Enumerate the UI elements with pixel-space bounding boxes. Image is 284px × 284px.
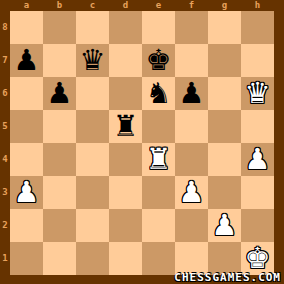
square-f6: ♟	[175, 77, 208, 110]
file-labels: abcdefgh	[10, 0, 274, 11]
square-g8	[208, 11, 241, 44]
square-b6: ♟	[43, 77, 76, 110]
rank-label-6: 6	[0, 77, 10, 110]
black-rook: ♜	[113, 112, 139, 141]
square-c6	[76, 77, 109, 110]
white-queen: ♛	[245, 79, 271, 108]
rank-label-3: 3	[0, 176, 10, 209]
square-d5: ♜	[109, 110, 142, 143]
square-e5	[142, 110, 175, 143]
square-f5	[175, 110, 208, 143]
square-b8	[43, 11, 76, 44]
square-a3: ♟	[10, 176, 43, 209]
file-label-f: f	[175, 0, 208, 11]
square-d6	[109, 77, 142, 110]
square-e8	[142, 11, 175, 44]
square-h3	[241, 176, 274, 209]
square-e6: ♞	[142, 77, 175, 110]
black-pawn: ♟	[179, 79, 205, 108]
file-label-h: h	[241, 0, 274, 11]
square-c5	[76, 110, 109, 143]
square-b3	[43, 176, 76, 209]
chess-diagram: abcdefgh 87654321 ♟♛♚♟♞♟♛♜♜♟♟♟♟♚ CHESSGA…	[0, 0, 284, 284]
square-d2	[109, 209, 142, 242]
black-pawn: ♟	[14, 46, 40, 75]
square-a7: ♟	[10, 44, 43, 77]
rank-label-5: 5	[0, 110, 10, 143]
file-label-a: a	[10, 0, 43, 11]
square-f3: ♟	[175, 176, 208, 209]
file-label-b: b	[43, 0, 76, 11]
square-c4	[76, 143, 109, 176]
square-b7	[43, 44, 76, 77]
rank-label-1: 1	[0, 242, 10, 275]
square-b4	[43, 143, 76, 176]
square-g4	[208, 143, 241, 176]
square-b1	[43, 242, 76, 275]
square-e4: ♜	[142, 143, 175, 176]
square-a1	[10, 242, 43, 275]
square-d4	[109, 143, 142, 176]
square-h7	[241, 44, 274, 77]
file-label-d: d	[109, 0, 142, 11]
square-h6: ♛	[241, 77, 274, 110]
square-c1	[76, 242, 109, 275]
square-h2	[241, 209, 274, 242]
square-c3	[76, 176, 109, 209]
square-g7	[208, 44, 241, 77]
square-c8	[76, 11, 109, 44]
black-knight: ♞	[146, 79, 172, 108]
rank-label-8: 8	[0, 11, 10, 44]
square-e7: ♚	[142, 44, 175, 77]
square-f8	[175, 11, 208, 44]
square-a6	[10, 77, 43, 110]
rank-label-7: 7	[0, 44, 10, 77]
square-d3	[109, 176, 142, 209]
square-e3	[142, 176, 175, 209]
white-pawn: ♟	[212, 211, 238, 240]
square-d8	[109, 11, 142, 44]
square-f7	[175, 44, 208, 77]
white-pawn: ♟	[14, 178, 40, 207]
square-a2	[10, 209, 43, 242]
file-label-e: e	[142, 0, 175, 11]
white-rook: ♜	[146, 145, 172, 174]
square-a8	[10, 11, 43, 44]
rank-labels: 87654321	[0, 11, 10, 275]
black-queen: ♛	[80, 46, 106, 75]
file-label-c: c	[76, 0, 109, 11]
square-c2	[76, 209, 109, 242]
square-b5	[43, 110, 76, 143]
square-a5	[10, 110, 43, 143]
square-d1	[109, 242, 142, 275]
square-f4	[175, 143, 208, 176]
white-king: ♚	[245, 244, 271, 273]
black-pawn: ♟	[47, 79, 73, 108]
square-g6	[208, 77, 241, 110]
square-h5	[241, 110, 274, 143]
square-b2	[43, 209, 76, 242]
square-f2	[175, 209, 208, 242]
rank-label-4: 4	[0, 143, 10, 176]
chess-board: ♟♛♚♟♞♟♛♜♜♟♟♟♟♚	[10, 11, 274, 275]
black-king: ♚	[146, 46, 172, 75]
square-c7: ♛	[76, 44, 109, 77]
square-e2	[142, 209, 175, 242]
square-g3	[208, 176, 241, 209]
square-g2: ♟	[208, 209, 241, 242]
site-watermark: CHESSGAMES.COM	[174, 272, 281, 284]
file-label-g: g	[208, 0, 241, 11]
square-e1	[142, 242, 175, 275]
square-h4: ♟	[241, 143, 274, 176]
white-pawn: ♟	[179, 178, 205, 207]
square-d7	[109, 44, 142, 77]
square-a4	[10, 143, 43, 176]
white-pawn: ♟	[245, 145, 271, 174]
square-h8	[241, 11, 274, 44]
rank-label-2: 2	[0, 209, 10, 242]
square-g5	[208, 110, 241, 143]
